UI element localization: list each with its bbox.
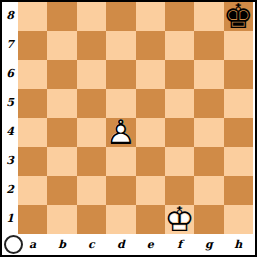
square-c1[interactable]: [77, 205, 106, 234]
square-e6[interactable]: [136, 60, 165, 89]
square-h7[interactable]: [224, 31, 253, 60]
square-d8[interactable]: [106, 2, 135, 31]
rank-label-2: 2: [2, 176, 18, 205]
square-g6[interactable]: [194, 60, 223, 89]
square-f1[interactable]: ♚♔: [165, 205, 194, 234]
square-h1[interactable]: [224, 205, 253, 234]
square-d5[interactable]: [106, 89, 135, 118]
square-a8[interactable]: [18, 2, 47, 31]
square-d4[interactable]: ♟♙: [106, 118, 135, 147]
square-g8[interactable]: [194, 2, 223, 31]
square-d6[interactable]: [106, 60, 135, 89]
square-c3[interactable]: [77, 147, 106, 176]
square-b3[interactable]: [47, 147, 76, 176]
white-king[interactable]: ♚♔: [165, 205, 194, 234]
square-d7[interactable]: [106, 31, 135, 60]
square-f2[interactable]: [165, 176, 194, 205]
square-a5[interactable]: [18, 89, 47, 118]
rank-label-6: 6: [2, 60, 18, 89]
square-c6[interactable]: [77, 60, 106, 89]
square-b1[interactable]: [47, 205, 76, 234]
square-g4[interactable]: [194, 118, 223, 147]
file-label-e: e: [136, 234, 165, 255]
square-b7[interactable]: [47, 31, 76, 60]
rank-label-1: 1: [2, 205, 18, 234]
rank-label-7: 7: [2, 31, 18, 60]
file-label-h: h: [224, 234, 253, 255]
square-f4[interactable]: [165, 118, 194, 147]
rank-label-5: 5: [2, 89, 18, 118]
rank-labels: 87654321: [2, 2, 18, 234]
square-a2[interactable]: [18, 176, 47, 205]
black-king[interactable]: ♚: [224, 2, 253, 31]
square-g3[interactable]: [194, 147, 223, 176]
rank-label-8: 8: [2, 2, 18, 31]
square-d2[interactable]: [106, 176, 135, 205]
square-a7[interactable]: [18, 31, 47, 60]
square-a6[interactable]: [18, 60, 47, 89]
square-e7[interactable]: [136, 31, 165, 60]
white-pawn-glyph: ♙: [106, 115, 136, 149]
square-e8[interactable]: [136, 2, 165, 31]
file-label-f: f: [165, 234, 194, 255]
square-h5[interactable]: [224, 89, 253, 118]
square-h3[interactable]: [224, 147, 253, 176]
rank-label-3: 3: [2, 147, 18, 176]
square-h6[interactable]: [224, 60, 253, 89]
square-b5[interactable]: [47, 89, 76, 118]
square-e2[interactable]: [136, 176, 165, 205]
square-a3[interactable]: [18, 147, 47, 176]
file-label-d: d: [106, 234, 135, 255]
square-b4[interactable]: [47, 118, 76, 147]
square-b8[interactable]: [47, 2, 76, 31]
square-e4[interactable]: [136, 118, 165, 147]
square-f8[interactable]: [165, 2, 194, 31]
white-pawn-fill: ♟: [106, 115, 136, 149]
file-label-c: c: [77, 234, 106, 255]
square-e3[interactable]: [136, 147, 165, 176]
square-a1[interactable]: [18, 205, 47, 234]
square-h2[interactable]: [224, 176, 253, 205]
file-label-g: g: [194, 234, 223, 255]
square-c5[interactable]: [77, 89, 106, 118]
square-e1[interactable]: [136, 205, 165, 234]
square-c8[interactable]: [77, 2, 106, 31]
white-king-fill: ♚: [164, 202, 194, 236]
square-g2[interactable]: [194, 176, 223, 205]
square-f7[interactable]: [165, 31, 194, 60]
file-label-b: b: [47, 234, 76, 255]
square-g1[interactable]: [194, 205, 223, 234]
square-g7[interactable]: [194, 31, 223, 60]
square-f6[interactable]: [165, 60, 194, 89]
chess-board: ♚♟♙♚♔: [18, 2, 253, 234]
white-pawn[interactable]: ♟♙: [106, 118, 135, 147]
white-king-glyph: ♔: [164, 202, 194, 236]
file-labels: abcdefgh: [18, 234, 253, 255]
square-h4[interactable]: [224, 118, 253, 147]
square-e5[interactable]: [136, 89, 165, 118]
square-d1[interactable]: [106, 205, 135, 234]
square-c7[interactable]: [77, 31, 106, 60]
square-f5[interactable]: [165, 89, 194, 118]
rank-label-4: 4: [2, 118, 18, 147]
square-b2[interactable]: [47, 176, 76, 205]
square-h8[interactable]: ♚: [224, 2, 253, 31]
square-c2[interactable]: [77, 176, 106, 205]
square-b6[interactable]: [47, 60, 76, 89]
chess-diagram: 87654321 ♚♟♙♚♔ abcdefgh: [0, 0, 257, 257]
square-f3[interactable]: [165, 147, 194, 176]
white-to-move-indicator: [4, 235, 23, 254]
square-c4[interactable]: [77, 118, 106, 147]
square-a4[interactable]: [18, 118, 47, 147]
square-d3[interactable]: [106, 147, 135, 176]
black-king-glyph: ♚: [223, 0, 253, 33]
square-g5[interactable]: [194, 89, 223, 118]
